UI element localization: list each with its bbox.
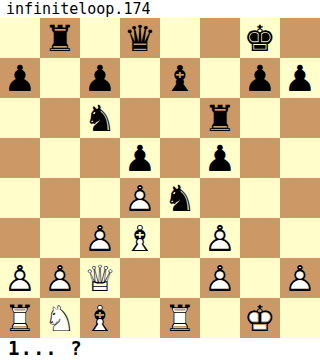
square-d8[interactable]: ♛ (120, 18, 160, 58)
square-h7[interactable]: ♟ (280, 58, 320, 98)
black-piece-glyph: ♟ (80, 58, 120, 98)
square-a5[interactable] (0, 138, 40, 178)
square-d7[interactable] (120, 58, 160, 98)
move-prompt: 1... ? (0, 338, 320, 360)
square-b4[interactable] (40, 178, 80, 218)
piece-white-rook[interactable]: ♜♖ (0, 298, 40, 338)
piece-white-pawn[interactable]: ♟♙ (40, 258, 80, 298)
black-piece-glyph: ♟ (200, 138, 240, 178)
square-e7[interactable]: ♝ (160, 58, 200, 98)
square-e2[interactable] (160, 258, 200, 298)
black-piece-glyph: ♛ (120, 18, 160, 58)
piece-white-pawn[interactable]: ♟♙ (200, 258, 240, 298)
white-piece-outline-layer: ♕ (80, 258, 120, 298)
square-h3[interactable] (280, 218, 320, 258)
square-d5[interactable]: ♟ (120, 138, 160, 178)
square-g8[interactable]: ♚ (240, 18, 280, 58)
square-e4[interactable]: ♞ (160, 178, 200, 218)
square-d2[interactable] (120, 258, 160, 298)
piece-black-pawn[interactable]: ♟ (0, 58, 40, 98)
square-h8[interactable] (280, 18, 320, 58)
square-b7[interactable] (40, 58, 80, 98)
piece-white-knight[interactable]: ♞♘ (40, 298, 80, 338)
black-piece-glyph: ♞ (160, 178, 200, 218)
white-piece-outline-layer: ♖ (0, 298, 40, 338)
square-c7[interactable]: ♟ (80, 58, 120, 98)
square-d3[interactable]: ♝♗ (120, 218, 160, 258)
square-b6[interactable] (40, 98, 80, 138)
square-b5[interactable] (40, 138, 80, 178)
square-d4[interactable]: ♟♙ (120, 178, 160, 218)
square-d6[interactable] (120, 98, 160, 138)
window-title: infiniteloop.174 (0, 0, 320, 18)
square-b1[interactable]: ♞♘ (40, 298, 80, 338)
square-g3[interactable] (240, 218, 280, 258)
square-g5[interactable] (240, 138, 280, 178)
piece-black-pawn[interactable]: ♟ (120, 138, 160, 178)
square-c4[interactable] (80, 178, 120, 218)
white-piece-outline-layer: ♗ (80, 298, 120, 338)
square-h4[interactable] (280, 178, 320, 218)
piece-white-pawn[interactable]: ♟♙ (280, 258, 320, 298)
square-a6[interactable] (0, 98, 40, 138)
square-e1[interactable]: ♜♖ (160, 298, 200, 338)
square-g7[interactable]: ♟ (240, 58, 280, 98)
piece-black-pawn[interactable]: ♟ (280, 58, 320, 98)
white-piece-outline-layer: ♙ (200, 258, 240, 298)
square-f1[interactable] (200, 298, 240, 338)
white-piece-outline-layer: ♙ (280, 258, 320, 298)
square-h2[interactable]: ♟♙ (280, 258, 320, 298)
square-c5[interactable] (80, 138, 120, 178)
square-h6[interactable] (280, 98, 320, 138)
piece-black-king[interactable]: ♚ (240, 18, 280, 58)
square-e6[interactable] (160, 98, 200, 138)
square-g4[interactable] (240, 178, 280, 218)
square-h5[interactable] (280, 138, 320, 178)
piece-white-pawn[interactable]: ♟♙ (120, 178, 160, 218)
square-c8[interactable] (80, 18, 120, 58)
chess-board: ♜♛♚♟♟♝♟♟♞♜♟♟♟♙♞♟♙♝♗♟♙♟♙♟♙♛♕♟♙♟♙♜♖♞♘♝♗♜♖♚… (0, 18, 320, 338)
square-a2[interactable]: ♟♙ (0, 258, 40, 298)
square-c1[interactable]: ♝♗ (80, 298, 120, 338)
square-d1[interactable] (120, 298, 160, 338)
square-h1[interactable] (280, 298, 320, 338)
square-b3[interactable] (40, 218, 80, 258)
piece-white-pawn[interactable]: ♟♙ (200, 218, 240, 258)
square-e8[interactable] (160, 18, 200, 58)
square-e5[interactable] (160, 138, 200, 178)
piece-white-pawn[interactable]: ♟♙ (80, 218, 120, 258)
white-piece-outline-layer: ♙ (0, 258, 40, 298)
square-f3[interactable]: ♟♙ (200, 218, 240, 258)
piece-white-queen[interactable]: ♛♕ (80, 258, 120, 298)
square-b8[interactable]: ♜ (40, 18, 80, 58)
black-piece-glyph: ♟ (240, 58, 280, 98)
white-piece-outline-layer: ♙ (80, 218, 120, 258)
white-piece-outline-layer: ♙ (200, 218, 240, 258)
black-piece-glyph: ♝ (160, 58, 200, 98)
square-c6[interactable]: ♞ (80, 98, 120, 138)
piece-white-pawn[interactable]: ♟♙ (0, 258, 40, 298)
piece-black-rook[interactable]: ♜ (200, 98, 240, 138)
black-piece-glyph: ♞ (80, 98, 120, 138)
white-piece-outline-layer: ♗ (120, 218, 160, 258)
square-g2[interactable] (240, 258, 280, 298)
piece-white-rook[interactable]: ♜♖ (160, 298, 200, 338)
square-f4[interactable] (200, 178, 240, 218)
piece-white-bishop[interactable]: ♝♗ (120, 218, 160, 258)
piece-black-pawn[interactable]: ♟ (80, 58, 120, 98)
black-piece-glyph: ♟ (0, 58, 40, 98)
white-piece-outline-layer: ♙ (120, 178, 160, 218)
piece-white-bishop[interactable]: ♝♗ (80, 298, 120, 338)
square-a3[interactable] (0, 218, 40, 258)
piece-black-knight[interactable]: ♞ (160, 178, 200, 218)
square-e3[interactable] (160, 218, 200, 258)
black-piece-glyph: ♟ (280, 58, 320, 98)
square-b2[interactable]: ♟♙ (40, 258, 80, 298)
white-piece-outline-layer: ♘ (40, 298, 80, 338)
piece-black-rook[interactable]: ♜ (40, 18, 80, 58)
piece-black-pawn[interactable]: ♟ (240, 58, 280, 98)
piece-black-queen[interactable]: ♛ (120, 18, 160, 58)
square-a7[interactable]: ♟ (0, 58, 40, 98)
square-f2[interactable]: ♟♙ (200, 258, 240, 298)
square-c3[interactable]: ♟♙ (80, 218, 120, 258)
piece-black-bishop[interactable]: ♝ (160, 58, 200, 98)
square-f8[interactable] (200, 18, 240, 58)
white-piece-outline-layer: ♙ (40, 258, 80, 298)
square-a8[interactable] (0, 18, 40, 58)
square-a1[interactable]: ♜♖ (0, 298, 40, 338)
chess-puzzle-window: infiniteloop.174 ♜♛♚♟♟♝♟♟♞♜♟♟♟♙♞♟♙♝♗♟♙♟♙… (0, 0, 320, 360)
white-piece-outline-layer: ♔ (240, 298, 280, 338)
square-g6[interactable] (240, 98, 280, 138)
square-f5[interactable]: ♟ (200, 138, 240, 178)
white-piece-outline-layer: ♖ (160, 298, 200, 338)
piece-black-pawn[interactable]: ♟ (200, 138, 240, 178)
black-piece-glyph: ♜ (200, 98, 240, 138)
square-f7[interactable] (200, 58, 240, 98)
piece-black-knight[interactable]: ♞ (80, 98, 120, 138)
square-f6[interactable]: ♜ (200, 98, 240, 138)
piece-white-king[interactable]: ♚♔ (240, 298, 280, 338)
square-g1[interactable]: ♚♔ (240, 298, 280, 338)
square-c2[interactable]: ♛♕ (80, 258, 120, 298)
black-piece-glyph: ♟ (120, 138, 160, 178)
black-piece-glyph: ♜ (40, 18, 80, 58)
square-a4[interactable] (0, 178, 40, 218)
black-piece-glyph: ♚ (240, 18, 280, 58)
